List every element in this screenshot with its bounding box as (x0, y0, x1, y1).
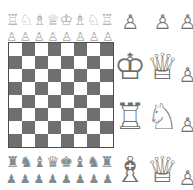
panel-cell-r1-c1: ♙ (114, 0, 146, 34)
square-e7 (61, 56, 74, 69)
panel-pawn-icon: ♙ (179, 168, 193, 188)
panel-cell-r2-c2: ♕ (146, 34, 178, 87)
square-c6 (35, 69, 48, 82)
square-g2 (87, 121, 100, 134)
black-pawn-icon: ♟ (6, 173, 17, 185)
square-h3 (100, 108, 113, 121)
black-pawn-icon: ♟ (75, 173, 86, 185)
white-bishop-icon: ♗ (73, 13, 86, 28)
black-rook-icon: ♜ (6, 155, 19, 170)
square-b8 (22, 43, 35, 56)
square-g8 (87, 43, 100, 56)
square-c8 (35, 43, 48, 56)
black-pawn-icon: ♟ (20, 173, 31, 185)
square-b4 (22, 95, 35, 108)
square-g1 (87, 134, 100, 147)
square-h5 (100, 82, 113, 95)
square-f2 (74, 121, 87, 134)
square-c2 (35, 121, 48, 134)
panel-pawn-icon: ♙ (179, 65, 193, 85)
panel-pawn-icon: ♙ (179, 115, 193, 135)
square-f1 (74, 134, 87, 147)
panel-rook-icon: ♖ (114, 99, 146, 135)
white-king-icon: ♔ (60, 13, 73, 28)
white-rook-icon: ♖ (100, 13, 113, 28)
panel-cell-r3-c2: ♘ (146, 87, 178, 137)
panel-queen-icon: ♕ (146, 152, 178, 188)
square-f4 (74, 95, 87, 108)
square-a6 (9, 69, 22, 82)
black-bishop-icon: ♝ (33, 155, 46, 170)
panel-king-icon: ♔ (114, 49, 146, 85)
panel-cell-r3-c3: ♙ (179, 87, 193, 137)
black-pawn-row: ♟♟♟♟♟♟♟♟ (6, 171, 113, 185)
black-pawn-icon: ♟ (88, 173, 99, 185)
square-d4 (48, 95, 61, 108)
square-h7 (100, 56, 113, 69)
square-d6 (48, 69, 61, 82)
white-bishop-icon: ♗ (33, 13, 46, 28)
white-knight-icon: ♘ (87, 13, 100, 28)
black-pawn-icon: ♟ (61, 173, 72, 185)
square-e5 (61, 82, 74, 95)
right-panel: ♙♙♙♔♕♙♖♘♙♗♕♙ (114, 0, 193, 190)
square-f5 (74, 82, 87, 95)
panel-cell-r2-c1: ♔ (114, 34, 146, 87)
panel-cell-r4-c1: ♗ (114, 137, 146, 190)
square-h2 (100, 121, 113, 134)
square-a1 (9, 134, 22, 147)
black-pawn-icon: ♟ (102, 173, 113, 185)
square-d8 (48, 43, 61, 56)
square-b6 (22, 69, 35, 82)
square-e8 (61, 43, 74, 56)
panel-cell-r3-c1: ♖ (114, 87, 146, 137)
white-queen-icon: ♕ (46, 13, 59, 28)
square-e3 (61, 108, 74, 121)
square-e2 (61, 121, 74, 134)
square-d7 (48, 56, 61, 69)
panel-pawn-icon: ♙ (121, 12, 139, 32)
square-d5 (48, 82, 61, 95)
board (8, 42, 114, 148)
square-e4 (61, 95, 74, 108)
square-g7 (87, 56, 100, 69)
chess-set-sheet: ♖♘♗♕♔♗♘♖ ♙♙♙♙♙♙♙♙ ♜♞♝♛♚♝♞♜ ♟♟♟♟♟♟♟♟ ♙♙♙♔… (0, 0, 193, 190)
panel-knight-icon: ♘ (146, 99, 178, 135)
square-c3 (35, 108, 48, 121)
panel-cell-r2-c3: ♙ (179, 34, 193, 87)
square-a3 (9, 108, 22, 121)
black-knight-icon: ♞ (87, 155, 100, 170)
square-a4 (9, 95, 22, 108)
square-a8 (9, 43, 22, 56)
black-knight-icon: ♞ (19, 155, 32, 170)
white-back-rank-row: ♖♘♗♕♔♗♘♖ (6, 4, 113, 28)
square-b1 (22, 134, 35, 147)
square-e6 (61, 69, 74, 82)
square-b2 (22, 121, 35, 134)
black-pawn-icon: ♟ (33, 173, 44, 185)
black-rook-icon: ♜ (100, 155, 113, 170)
panel-pawn-icon: ♙ (153, 12, 171, 32)
black-bishop-icon: ♝ (73, 155, 86, 170)
square-e1 (61, 134, 74, 147)
square-a5 (9, 82, 22, 95)
square-c5 (35, 82, 48, 95)
square-a7 (9, 56, 22, 69)
black-pawn-icon: ♟ (47, 173, 58, 185)
square-d2 (48, 121, 61, 134)
square-d1 (48, 134, 61, 147)
white-knight-icon: ♘ (19, 13, 32, 28)
square-b7 (22, 56, 35, 69)
square-c7 (35, 56, 48, 69)
panel-pawn-icon: ♙ (179, 12, 193, 32)
panel-queen-icon: ♕ (146, 49, 178, 85)
black-king-icon: ♚ (60, 155, 73, 170)
square-h4 (100, 95, 113, 108)
panel-cell-r4-c2: ♕ (146, 137, 178, 190)
black-back-rank-row: ♜♞♝♛♚♝♞♜ (6, 147, 113, 170)
square-f3 (74, 108, 87, 121)
square-a2 (9, 121, 22, 134)
square-h1 (100, 134, 113, 147)
square-b5 (22, 82, 35, 95)
black-queen-icon: ♛ (46, 155, 59, 170)
white-rook-icon: ♖ (6, 13, 19, 28)
square-g4 (87, 95, 100, 108)
square-c4 (35, 95, 48, 108)
square-c1 (35, 134, 48, 147)
square-b3 (22, 108, 35, 121)
panel-cell-r4-c3: ♙ (179, 137, 193, 190)
square-h6 (100, 69, 113, 82)
square-g6 (87, 69, 100, 82)
square-f8 (74, 43, 87, 56)
square-f6 (74, 69, 87, 82)
white-pawn-row: ♙♙♙♙♙♙♙♙ (6, 29, 113, 43)
panel-cell-r1-c2: ♙ (146, 0, 178, 34)
panel-bishop-icon: ♗ (114, 152, 146, 188)
square-f7 (74, 56, 87, 69)
square-g3 (87, 108, 100, 121)
square-h8 (100, 43, 113, 56)
square-d3 (48, 108, 61, 121)
square-g5 (87, 82, 100, 95)
panel-cell-r1-c3: ♙ (179, 0, 193, 34)
